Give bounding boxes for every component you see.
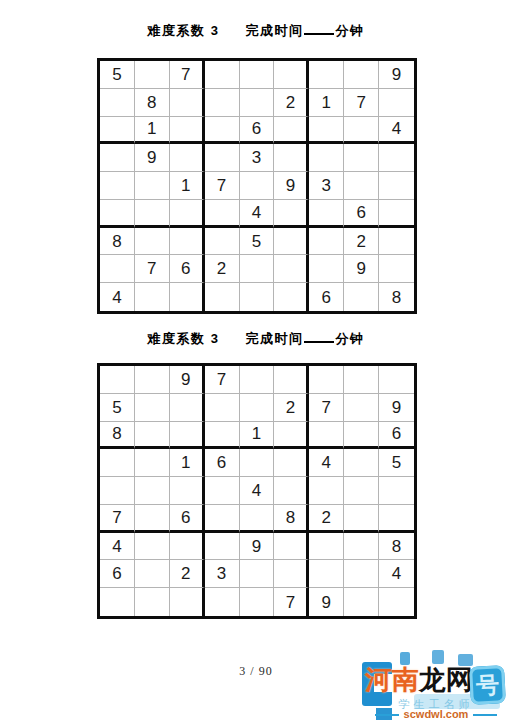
cell-r1c5[interactable]	[240, 61, 275, 89]
watermark-site-name: 河南龙网	[365, 667, 473, 694]
cell-r9c3[interactable]	[170, 588, 205, 616]
cell-r6c5[interactable]: 4	[240, 200, 275, 228]
cell-r2c7[interactable]: 7	[309, 394, 344, 422]
cell-r2c5[interactable]	[240, 89, 275, 117]
cell-r8c3[interactable]: 6	[170, 255, 205, 283]
cell-r7c9[interactable]: 8	[379, 533, 414, 561]
cell-r1c4[interactable]: 7	[205, 366, 240, 394]
cell-r9c2[interactable]	[135, 588, 170, 616]
cell-r3c9[interactable]: 6	[379, 422, 414, 450]
cell-r3c1[interactable]	[100, 117, 135, 145]
cell-r2c8[interactable]: 7	[344, 89, 379, 117]
cell-r1c7[interactable]	[309, 61, 344, 89]
watermark-url-row: scwdwl.com	[360, 709, 512, 720]
cell-r3c8[interactable]	[344, 422, 379, 450]
cell-r4c6[interactable]	[274, 144, 309, 172]
cell-r8c7[interactable]	[309, 560, 344, 588]
cell-r9c9[interactable]: 8	[379, 283, 414, 311]
cell-r4c3[interactable]	[170, 144, 205, 172]
cell-r9c5[interactable]	[240, 283, 275, 311]
cell-r9c7[interactable]: 9	[309, 588, 344, 616]
cell-r2c7[interactable]: 1	[309, 89, 344, 117]
cell-r7c9[interactable]	[379, 228, 414, 256]
cell-r9c9[interactable]	[379, 588, 414, 616]
cell-r1c2[interactable]	[135, 366, 170, 394]
cell-r5c6[interactable]	[274, 477, 309, 505]
cell-r7c7[interactable]	[309, 533, 344, 561]
cell-r4c6[interactable]	[274, 449, 309, 477]
cell-r9c4[interactable]	[205, 283, 240, 311]
cell-r2c8[interactable]	[344, 394, 379, 422]
cell-r7c2[interactable]	[135, 228, 170, 256]
cell-r6c8[interactable]	[344, 505, 379, 533]
cell-r9c6[interactable]	[274, 283, 309, 311]
puzzle-2-time-prefix: 完成时间	[245, 331, 303, 346]
cell-r5c8[interactable]	[344, 172, 379, 200]
cell-r9c4[interactable]	[205, 588, 240, 616]
cell-r8c4[interactable]: 3	[205, 560, 240, 588]
cell-r2c9[interactable]: 9	[379, 394, 414, 422]
cell-r4c8[interactable]	[344, 144, 379, 172]
cell-r4c1[interactable]	[100, 144, 135, 172]
cell-r2c6[interactable]: 2	[274, 89, 309, 117]
cell-r3c6[interactable]	[274, 117, 309, 145]
cell-r5c1[interactable]	[100, 477, 135, 505]
cell-r5c8[interactable]	[344, 477, 379, 505]
cell-r6c7[interactable]	[309, 200, 344, 228]
cell-r1c6[interactable]	[274, 61, 309, 89]
cell-r8c2[interactable]: 7	[135, 255, 170, 283]
cell-r7c6[interactable]	[274, 228, 309, 256]
cell-r6c1[interactable]	[100, 200, 135, 228]
cell-r4c5[interactable]	[240, 449, 275, 477]
cell-r7c5[interactable]: 9	[240, 533, 275, 561]
cell-r1c1[interactable]	[100, 366, 135, 394]
puzzle-1-difficulty-label: 难度系数 3	[148, 23, 220, 38]
cell-r6c2[interactable]	[135, 200, 170, 228]
cell-r5c5[interactable]: 4	[240, 477, 275, 505]
cell-r8c1[interactable]: 6	[100, 560, 135, 588]
cell-r8c8[interactable]: 9	[344, 255, 379, 283]
cell-r6c3[interactable]: 6	[170, 505, 205, 533]
cell-r9c1[interactable]	[100, 588, 135, 616]
cell-r2c1[interactable]	[100, 89, 135, 117]
puzzle-1-time-prefix: 完成时间	[245, 23, 303, 38]
puzzle-2-header: 难度系数 3完成时间分钟	[0, 330, 512, 348]
cell-r9c1[interactable]: 4	[100, 283, 135, 311]
cell-r9c3[interactable]	[170, 283, 205, 311]
cell-r3c3[interactable]	[170, 117, 205, 145]
cell-r9c6[interactable]: 7	[274, 588, 309, 616]
cell-r9c2[interactable]	[135, 283, 170, 311]
cell-r6c3[interactable]	[170, 200, 205, 228]
cell-r8c2[interactable]	[135, 560, 170, 588]
cell-r8c7[interactable]	[309, 255, 344, 283]
cell-r4c9[interactable]: 5	[379, 449, 414, 477]
cell-r6c6[interactable]	[274, 200, 309, 228]
cell-r5c3[interactable]	[170, 477, 205, 505]
cell-r4c8[interactable]	[344, 449, 379, 477]
puzzle-1-time-suffix: 分钟	[335, 23, 364, 38]
cell-r4c7[interactable]	[309, 144, 344, 172]
cell-r5c3[interactable]: 1	[170, 172, 205, 200]
cell-r5c2[interactable]	[135, 477, 170, 505]
cell-r8c3[interactable]: 2	[170, 560, 205, 588]
cell-r2c4[interactable]	[205, 89, 240, 117]
cell-r3c9[interactable]: 4	[379, 117, 414, 145]
cell-r4c2[interactable]: 9	[135, 144, 170, 172]
cell-r8c5[interactable]	[240, 560, 275, 588]
cell-r2c6[interactable]: 2	[274, 394, 309, 422]
cell-r7c1[interactable]: 4	[100, 533, 135, 561]
cell-r1c8[interactable]	[344, 61, 379, 89]
cell-r3c2[interactable]	[135, 422, 170, 450]
cell-r2c3[interactable]	[170, 89, 205, 117]
cell-r4c1[interactable]	[100, 449, 135, 477]
cell-r1c8[interactable]	[344, 366, 379, 394]
cell-r8c9[interactable]	[379, 255, 414, 283]
cell-r1c9[interactable]	[379, 366, 414, 394]
cell-r1c3[interactable]: 9	[170, 366, 205, 394]
cell-r2c2[interactable]: 8	[135, 89, 170, 117]
cell-r8c1[interactable]	[100, 255, 135, 283]
cell-r2c9[interactable]	[379, 89, 414, 117]
cell-r5c9[interactable]	[379, 172, 414, 200]
cell-r8c5[interactable]	[240, 255, 275, 283]
cell-r2c3[interactable]	[170, 394, 205, 422]
cell-r6c9[interactable]	[379, 505, 414, 533]
cell-r2c4[interactable]	[205, 394, 240, 422]
cell-r7c2[interactable]	[135, 533, 170, 561]
puzzle-2-difficulty-label: 难度系数 3	[148, 331, 220, 346]
cell-r6c4[interactable]	[205, 200, 240, 228]
cell-r5c6[interactable]: 9	[274, 172, 309, 200]
cell-r3c5[interactable]: 1	[240, 422, 275, 450]
cell-r1c5[interactable]	[240, 366, 275, 394]
watermark-dash-left	[375, 714, 399, 716]
cell-r3c3[interactable]	[170, 422, 205, 450]
cell-r4c9[interactable]	[379, 144, 414, 172]
cell-r6c2[interactable]	[135, 505, 170, 533]
cell-r6c8[interactable]: 6	[344, 200, 379, 228]
cell-r1c1[interactable]: 5	[100, 61, 135, 89]
cell-r5c9[interactable]	[379, 477, 414, 505]
cell-r7c8[interactable]: 2	[344, 228, 379, 256]
cell-r3c4[interactable]	[205, 422, 240, 450]
cell-r1c7[interactable]	[309, 366, 344, 394]
cell-r3c1[interactable]: 8	[100, 422, 135, 450]
cell-r7c5[interactable]: 5	[240, 228, 275, 256]
site-watermark: 河南龙网 号 学生工名师 scwdwl.com	[360, 646, 512, 724]
cell-r7c4[interactable]	[205, 533, 240, 561]
cell-r3c7[interactable]	[309, 422, 344, 450]
cell-r5c4[interactable]: 7	[205, 172, 240, 200]
sudoku-grid-1: 5798217164931793468527629468	[97, 58, 417, 314]
cell-r6c5[interactable]	[240, 505, 275, 533]
watermark-bg-fragment	[432, 650, 444, 664]
cell-r5c7[interactable]	[309, 477, 344, 505]
cell-r5c7[interactable]: 3	[309, 172, 344, 200]
cell-r7c3[interactable]	[170, 228, 205, 256]
cell-r2c2[interactable]	[135, 394, 170, 422]
cell-r7c1[interactable]: 8	[100, 228, 135, 256]
puzzle-1-time-blank-line	[304, 23, 334, 35]
cell-r9c8[interactable]	[344, 588, 379, 616]
cell-r1c3[interactable]: 7	[170, 61, 205, 89]
cell-r8c9[interactable]: 4	[379, 560, 414, 588]
cell-r3c4[interactable]	[205, 117, 240, 145]
cell-r6c4[interactable]	[205, 505, 240, 533]
cell-r1c4[interactable]	[205, 61, 240, 89]
cell-r3c2[interactable]: 1	[135, 117, 170, 145]
cell-r7c4[interactable]	[205, 228, 240, 256]
cell-r2c1[interactable]: 5	[100, 394, 135, 422]
cell-r4c2[interactable]	[135, 449, 170, 477]
cell-r1c2[interactable]	[135, 61, 170, 89]
cell-r5c5[interactable]	[240, 172, 275, 200]
cell-r5c2[interactable]	[135, 172, 170, 200]
cell-r8c4[interactable]: 2	[205, 255, 240, 283]
cell-r8c6[interactable]	[274, 255, 309, 283]
cell-r6c6[interactable]: 8	[274, 505, 309, 533]
cell-r3c7[interactable]	[309, 117, 344, 145]
cell-r6c1[interactable]: 7	[100, 505, 135, 533]
cell-r8c6[interactable]	[274, 560, 309, 588]
cell-r7c7[interactable]	[309, 228, 344, 256]
cell-r4c3[interactable]: 1	[170, 449, 205, 477]
cell-r4c7[interactable]: 4	[309, 449, 344, 477]
watermark-url: scwdwl.com	[404, 709, 469, 720]
cell-r7c3[interactable]	[170, 533, 205, 561]
cell-r5c1[interactable]	[100, 172, 135, 200]
cell-r4c5[interactable]: 3	[240, 144, 275, 172]
cell-r2c5[interactable]	[240, 394, 275, 422]
cell-r1c6[interactable]	[274, 366, 309, 394]
cell-r3c5[interactable]: 6	[240, 117, 275, 145]
cell-r4c4[interactable]	[205, 144, 240, 172]
puzzle-2-time-blank-line	[304, 331, 334, 343]
cell-r3c8[interactable]	[344, 117, 379, 145]
cell-r9c5[interactable]	[240, 588, 275, 616]
cell-r3c6[interactable]	[274, 422, 309, 450]
cell-r6c9[interactable]	[379, 200, 414, 228]
cell-r9c7[interactable]: 6	[309, 283, 344, 311]
watermark-site-name-black: 龙网	[419, 665, 473, 695]
cell-r6c7[interactable]: 2	[309, 505, 344, 533]
cell-r8c8[interactable]	[344, 560, 379, 588]
cell-r9c8[interactable]	[344, 283, 379, 311]
watermark-bg-fragment	[400, 652, 410, 665]
cell-r7c6[interactable]	[274, 533, 309, 561]
sudoku-grid-2: 975279816164547682498623479	[97, 363, 417, 619]
cell-r5c4[interactable]	[205, 477, 240, 505]
cell-r7c8[interactable]	[344, 533, 379, 561]
puzzle-2-time-suffix: 分钟	[335, 331, 364, 346]
watermark-dash-right	[473, 714, 497, 716]
puzzle-1-header: 难度系数 3完成时间分钟	[0, 22, 512, 40]
cell-r4c4[interactable]: 6	[205, 449, 240, 477]
watermark-site-name-orange: 河南	[365, 665, 419, 695]
cell-r1c9[interactable]: 9	[379, 61, 414, 89]
